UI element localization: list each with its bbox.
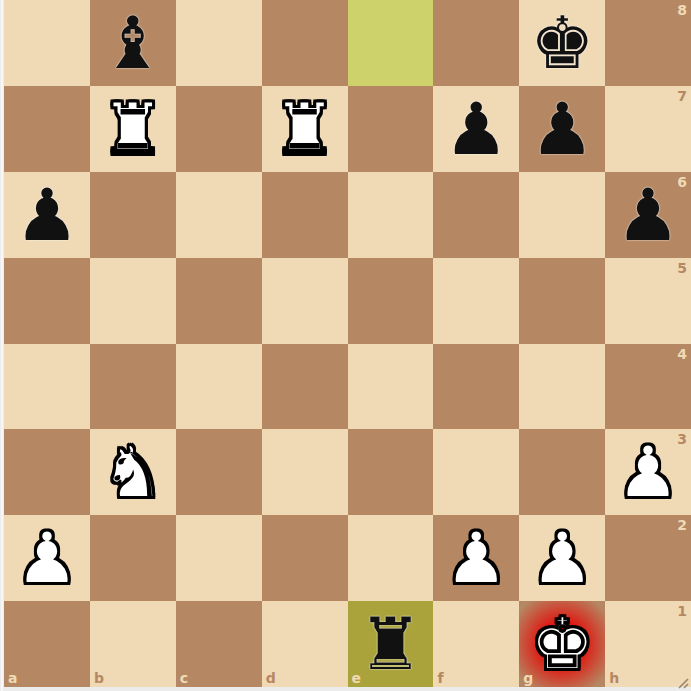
- square-g2[interactable]: ♟: [519, 515, 605, 601]
- square-e7[interactable]: [348, 86, 434, 172]
- square-e3[interactable]: [348, 429, 434, 515]
- square-a6[interactable]: ♟: [4, 172, 90, 258]
- square-c3[interactable]: [176, 429, 262, 515]
- square-c7[interactable]: [176, 86, 262, 172]
- square-d6[interactable]: [262, 172, 348, 258]
- white-pawn[interactable]: ♟: [433, 515, 519, 601]
- square-h1[interactable]: 1h: [605, 601, 691, 687]
- square-f3[interactable]: [433, 429, 519, 515]
- square-b3[interactable]: ♞: [90, 429, 176, 515]
- square-g1[interactable]: g♚: [519, 601, 605, 687]
- square-d4[interactable]: [262, 344, 348, 430]
- coordinate-rank-5: 5: [677, 261, 687, 275]
- square-a8[interactable]: [4, 0, 90, 86]
- square-d7[interactable]: ♜: [262, 86, 348, 172]
- square-e5[interactable]: [348, 258, 434, 344]
- black-pawn[interactable]: ♟: [433, 86, 519, 172]
- square-c2[interactable]: [176, 515, 262, 601]
- square-f1[interactable]: f: [433, 601, 519, 687]
- square-b6[interactable]: [90, 172, 176, 258]
- square-g3[interactable]: [519, 429, 605, 515]
- white-king[interactable]: ♚: [519, 601, 605, 687]
- square-a3[interactable]: [4, 429, 90, 515]
- square-h4[interactable]: 4: [605, 344, 691, 430]
- square-a5[interactable]: [4, 258, 90, 344]
- coordinate-file-d: d: [266, 671, 276, 685]
- coordinate-file-f: f: [437, 671, 443, 685]
- white-knight[interactable]: ♞: [90, 429, 176, 515]
- square-b8[interactable]: ♝: [90, 0, 176, 86]
- white-pawn[interactable]: ♟: [4, 515, 90, 601]
- square-f2[interactable]: ♟: [433, 515, 519, 601]
- coordinate-rank-4: 4: [677, 347, 687, 361]
- square-h2[interactable]: 2: [605, 515, 691, 601]
- square-f6[interactable]: [433, 172, 519, 258]
- square-a1[interactable]: a: [4, 601, 90, 687]
- square-b2[interactable]: [90, 515, 176, 601]
- coordinate-rank-1: 1: [677, 604, 687, 618]
- square-f4[interactable]: [433, 344, 519, 430]
- square-b4[interactable]: [90, 344, 176, 430]
- square-c6[interactable]: [176, 172, 262, 258]
- square-g4[interactable]: [519, 344, 605, 430]
- square-g7[interactable]: ♟: [519, 86, 605, 172]
- square-c8[interactable]: [176, 0, 262, 86]
- square-a4[interactable]: [4, 344, 90, 430]
- white-rook[interactable]: ♜: [262, 86, 348, 172]
- board-resize-handle-icon[interactable]: [676, 676, 690, 690]
- square-g5[interactable]: [519, 258, 605, 344]
- white-rook[interactable]: ♜: [90, 86, 176, 172]
- square-c1[interactable]: c: [176, 601, 262, 687]
- square-a7[interactable]: [4, 86, 90, 172]
- coordinate-file-c: c: [180, 671, 188, 685]
- coordinate-rank-8: 8: [677, 3, 687, 17]
- square-e2[interactable]: [348, 515, 434, 601]
- black-pawn[interactable]: ♟: [4, 172, 90, 258]
- square-f5[interactable]: [433, 258, 519, 344]
- square-e8[interactable]: [348, 0, 434, 86]
- square-b7[interactable]: ♜: [90, 86, 176, 172]
- square-e4[interactable]: [348, 344, 434, 430]
- coordinate-file-a: a: [8, 671, 17, 685]
- black-pawn[interactable]: ♟: [605, 172, 691, 258]
- square-h6[interactable]: 6♟: [605, 172, 691, 258]
- square-d8[interactable]: [262, 0, 348, 86]
- chess-board: ♝♚8♜♜♟♟7♟6♟54♞3♟♟♟♟2abcde♜fg♚1h: [4, 0, 691, 687]
- white-pawn[interactable]: ♟: [605, 429, 691, 515]
- square-h5[interactable]: 5: [605, 258, 691, 344]
- coordinate-rank-7: 7: [677, 89, 687, 103]
- coordinate-rank-2: 2: [677, 518, 687, 532]
- black-bishop[interactable]: ♝: [90, 0, 176, 86]
- square-b5[interactable]: [90, 258, 176, 344]
- square-a2[interactable]: ♟: [4, 515, 90, 601]
- square-d5[interactable]: [262, 258, 348, 344]
- square-f7[interactable]: ♟: [433, 86, 519, 172]
- square-g6[interactable]: [519, 172, 605, 258]
- coordinate-file-h: h: [609, 671, 619, 685]
- square-c4[interactable]: [176, 344, 262, 430]
- black-king[interactable]: ♚: [519, 0, 605, 86]
- square-c5[interactable]: [176, 258, 262, 344]
- square-h3[interactable]: 3♟: [605, 429, 691, 515]
- page: ♝♚8♜♜♟♟7♟6♟54♞3♟♟♟♟2abcde♜fg♚1h: [0, 0, 691, 691]
- black-rook[interactable]: ♜: [348, 601, 434, 687]
- square-h7[interactable]: 7: [605, 86, 691, 172]
- square-e6[interactable]: [348, 172, 434, 258]
- square-e1[interactable]: e♜: [348, 601, 434, 687]
- black-pawn[interactable]: ♟: [519, 86, 605, 172]
- square-g8[interactable]: ♚: [519, 0, 605, 86]
- coordinate-file-b: b: [94, 671, 104, 685]
- square-b1[interactable]: b: [90, 601, 176, 687]
- square-f8[interactable]: [433, 0, 519, 86]
- white-pawn[interactable]: ♟: [519, 515, 605, 601]
- square-h8[interactable]: 8: [605, 0, 691, 86]
- square-d1[interactable]: d: [262, 601, 348, 687]
- square-d2[interactable]: [262, 515, 348, 601]
- square-d3[interactable]: [262, 429, 348, 515]
